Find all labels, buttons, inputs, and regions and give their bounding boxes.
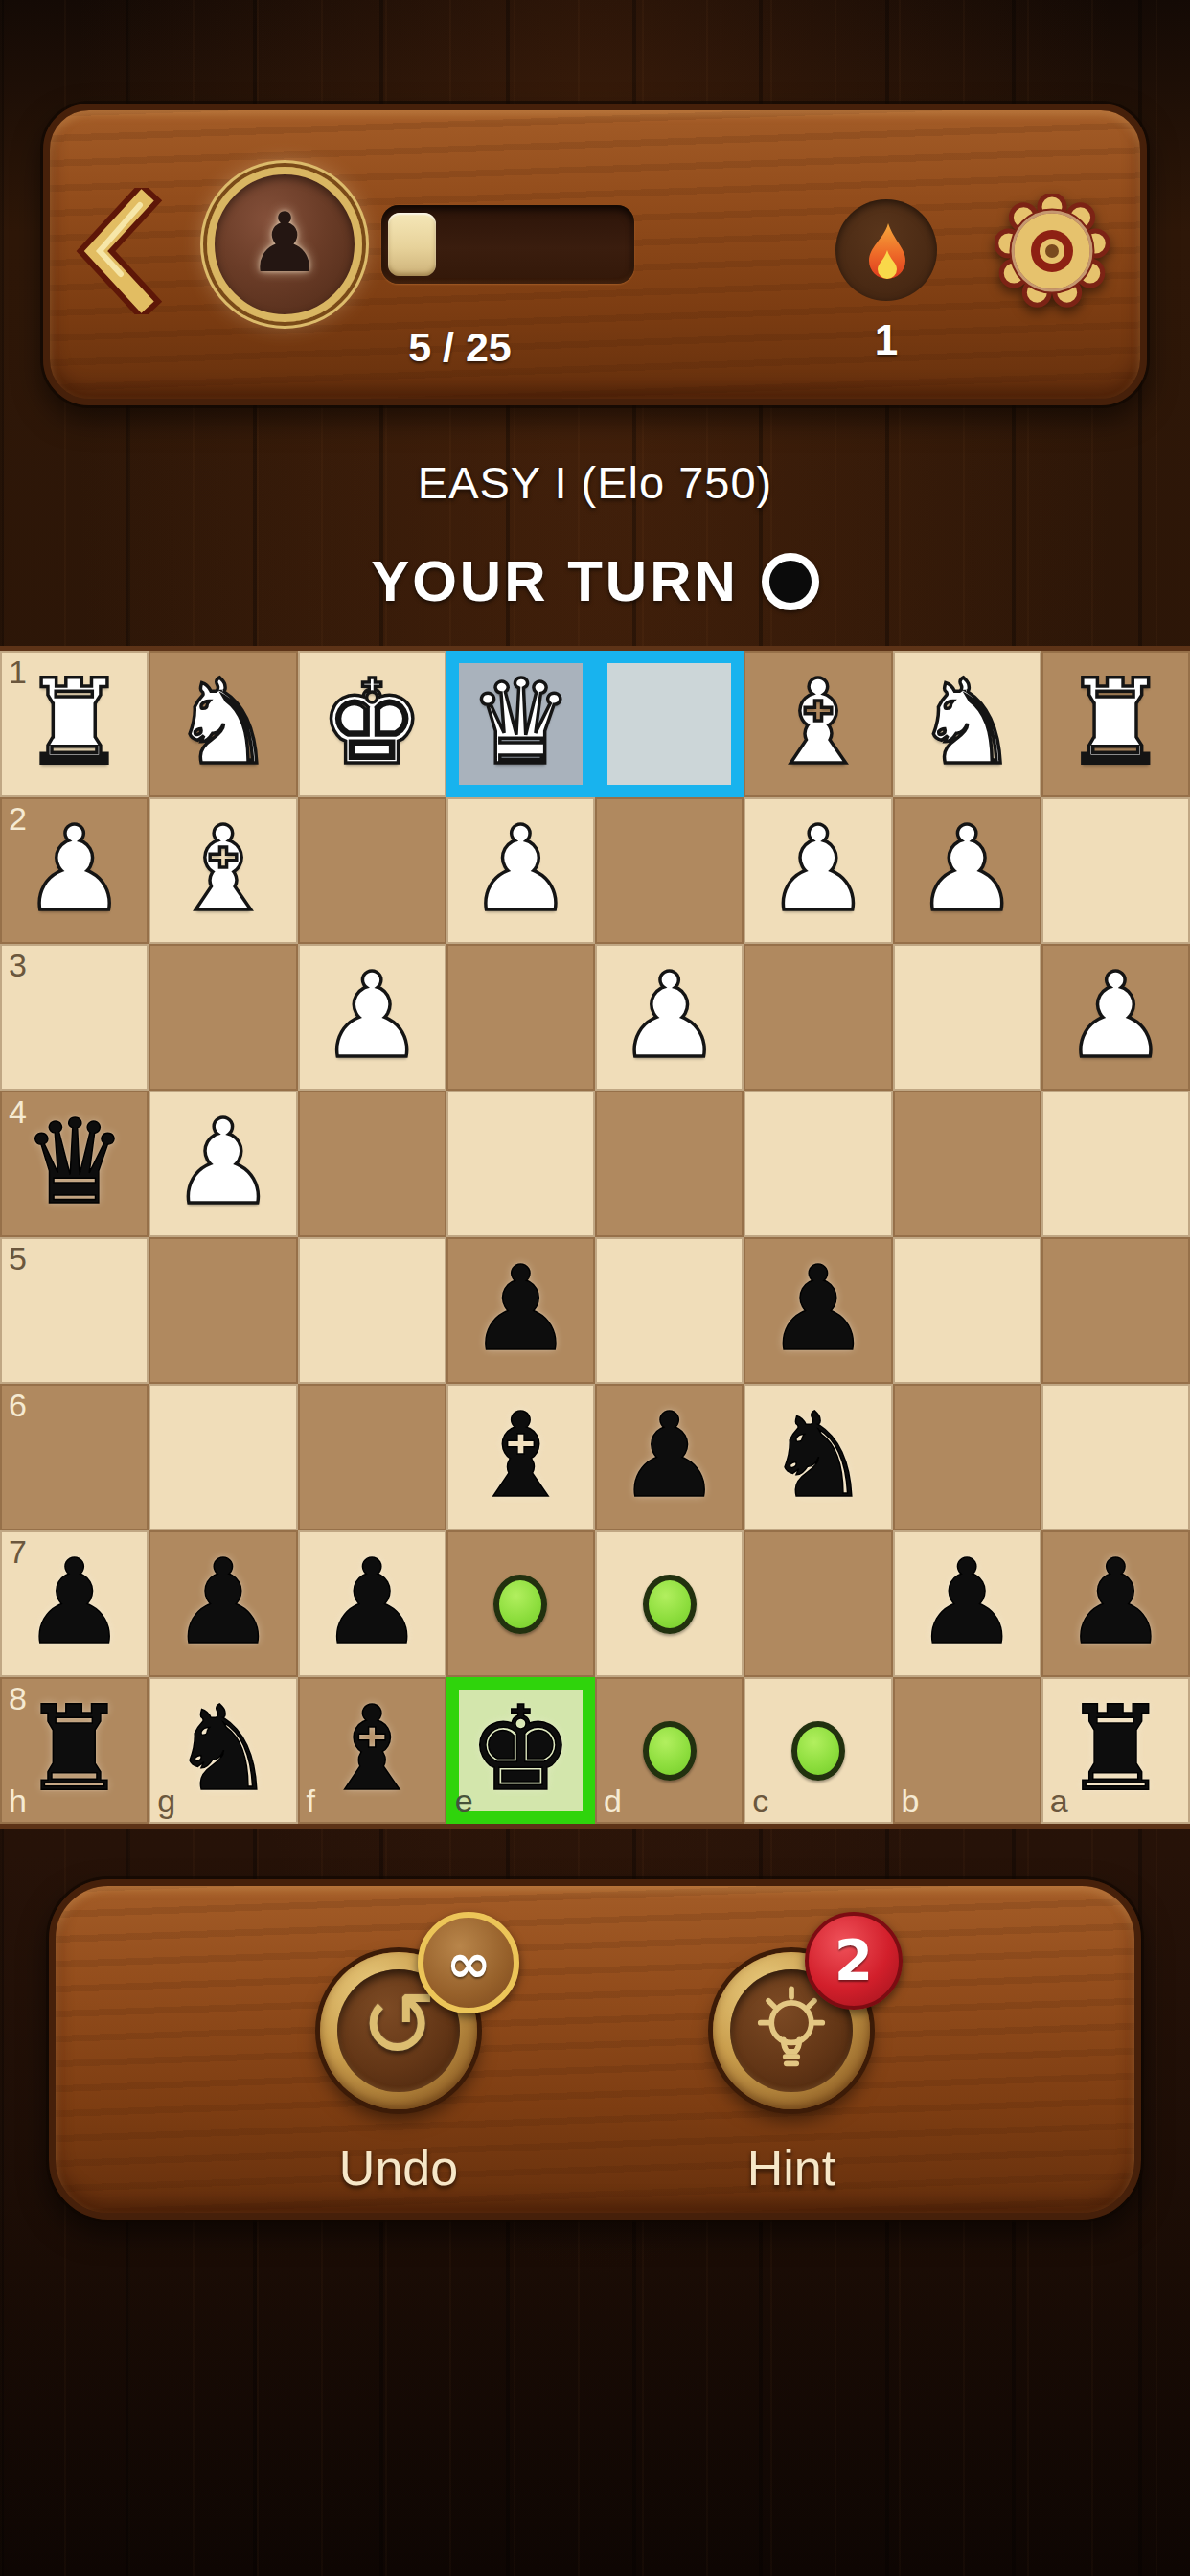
- square-b8[interactable]: b: [893, 1677, 1041, 1824]
- rank-label-3: 3: [9, 949, 27, 981]
- square-d7[interactable]: [595, 1530, 744, 1677]
- square-h5[interactable]: 5: [0, 1237, 149, 1384]
- piece-white-rook: ♜: [1041, 649, 1190, 795]
- square-a4[interactable]: [1041, 1091, 1190, 1237]
- piece-black-pawn: ♟: [298, 1529, 446, 1675]
- piece-white-pawn: ♟: [1041, 942, 1190, 1089]
- file-label-b: b: [902, 1784, 920, 1817]
- square-g4[interactable]: ♟: [149, 1091, 297, 1237]
- square-f5[interactable]: [298, 1237, 446, 1384]
- piece-white-pawn: ♟: [893, 795, 1041, 942]
- piece-white-pawn: ♟: [446, 795, 595, 942]
- square-d6[interactable]: ♟: [595, 1384, 744, 1530]
- piece-black-king: ♚: [446, 1675, 595, 1822]
- square-g6[interactable]: [149, 1384, 297, 1530]
- legal-move-dot-d8: [643, 1721, 697, 1781]
- square-e6[interactable]: ♝: [446, 1384, 595, 1530]
- piece-white-bishop: ♝: [744, 649, 892, 795]
- square-d5[interactable]: [595, 1237, 744, 1384]
- square-f3[interactable]: ♟: [298, 944, 446, 1091]
- square-e1[interactable]: ♛: [446, 651, 595, 797]
- square-h7[interactable]: 7♟: [0, 1530, 149, 1677]
- square-h1[interactable]: 1♜: [0, 651, 149, 797]
- square-b2[interactable]: ♟: [893, 797, 1041, 944]
- piece-white-pawn: ♟: [149, 1089, 297, 1235]
- square-d2[interactable]: [595, 797, 744, 944]
- streak-indicator[interactable]: [835, 199, 937, 301]
- square-a2[interactable]: [1041, 797, 1190, 944]
- square-e8[interactable]: e♚: [446, 1677, 595, 1824]
- square-f7[interactable]: ♟: [298, 1530, 446, 1677]
- square-g5[interactable]: [149, 1237, 297, 1384]
- rank-label-7: 7: [9, 1535, 27, 1568]
- square-a6[interactable]: [1041, 1384, 1190, 1530]
- piece-black-queen: ♛: [0, 1089, 149, 1235]
- piece-white-queen: ♛: [446, 649, 595, 795]
- progress-bar: [381, 205, 634, 284]
- square-h6[interactable]: 6: [0, 1384, 149, 1530]
- black-pawn-icon: ♟: [247, 201, 321, 284]
- square-g3[interactable]: [149, 944, 297, 1091]
- file-label-e: e: [455, 1784, 473, 1817]
- square-h2[interactable]: 2♟: [0, 797, 149, 944]
- undo-label: Undo: [255, 2139, 542, 2196]
- file-label-a: a: [1050, 1784, 1068, 1817]
- square-c7[interactable]: [744, 1530, 892, 1677]
- action-panel: [49, 1879, 1141, 2219]
- square-f1[interactable]: ♚: [298, 651, 446, 797]
- square-c8[interactable]: c: [744, 1677, 892, 1824]
- square-b4[interactable]: [893, 1091, 1041, 1237]
- turn-color-indicator: [762, 553, 819, 610]
- piece-white-pawn: ♟: [595, 942, 744, 1089]
- back-button[interactable]: [71, 188, 163, 314]
- square-e3[interactable]: [446, 944, 595, 1091]
- square-a5[interactable]: [1041, 1237, 1190, 1384]
- piece-black-rook: ♜: [0, 1675, 149, 1822]
- rank-label-5: 5: [9, 1242, 27, 1275]
- piece-white-knight: ♞: [149, 649, 297, 795]
- square-f2[interactable]: [298, 797, 446, 944]
- piece-black-pawn: ♟: [446, 1235, 595, 1382]
- back-chevron-icon: [71, 188, 163, 314]
- square-a7[interactable]: ♟: [1041, 1530, 1190, 1677]
- chess-board[interactable]: 1♜♞♚♛♝♞♜2♟♝♟♟♟3♟♟♟4♛♟5♟♟6♝♟♞7♟♟♟♟♟8h♜g♞f…: [0, 646, 1190, 1828]
- square-h3[interactable]: 3: [0, 944, 149, 1091]
- turn-row: YOUR TURN: [0, 548, 1190, 614]
- gear-icon: [995, 194, 1110, 309]
- square-b6[interactable]: [893, 1384, 1041, 1530]
- legal-move-dot-d7: [643, 1575, 697, 1634]
- piece-white-bishop: ♝: [149, 795, 297, 942]
- avatar[interactable]: ♟: [207, 167, 362, 322]
- piece-white-pawn: ♟: [0, 795, 149, 942]
- square-b5[interactable]: [893, 1237, 1041, 1384]
- rank-label-8: 8: [9, 1682, 27, 1714]
- square-b7[interactable]: ♟: [893, 1530, 1041, 1677]
- piece-white-king: ♚: [298, 649, 446, 795]
- square-d4[interactable]: [595, 1091, 744, 1237]
- piece-white-pawn: ♟: [298, 942, 446, 1089]
- square-h8[interactable]: 8h♜: [0, 1677, 149, 1824]
- square-c1[interactable]: ♝: [744, 651, 892, 797]
- piece-black-pawn: ♟: [149, 1529, 297, 1675]
- square-f4[interactable]: [298, 1091, 446, 1237]
- flame-icon: [856, 219, 917, 281]
- piece-black-pawn: ♟: [1041, 1529, 1190, 1675]
- rank-label-6: 6: [9, 1389, 27, 1421]
- piece-black-pawn: ♟: [0, 1529, 149, 1675]
- square-c6[interactable]: ♞: [744, 1384, 892, 1530]
- legal-move-dot-e7: [493, 1575, 547, 1634]
- square-c4[interactable]: [744, 1091, 892, 1237]
- piece-white-knight: ♞: [893, 649, 1041, 795]
- hint-count-badge: 2: [805, 1912, 903, 2010]
- square-e7[interactable]: [446, 1530, 595, 1677]
- piece-white-rook: ♜: [0, 649, 149, 795]
- square-c3[interactable]: [744, 944, 892, 1091]
- square-b1[interactable]: ♞: [893, 651, 1041, 797]
- file-label-c: c: [752, 1784, 768, 1817]
- square-g2[interactable]: ♝: [149, 797, 297, 944]
- square-c5[interactable]: ♟: [744, 1237, 892, 1384]
- square-a8[interactable]: a♜: [1041, 1677, 1190, 1824]
- rank-label-2: 2: [9, 802, 27, 835]
- progress-fill: [388, 213, 436, 276]
- file-label-f: f: [307, 1784, 315, 1817]
- hint-label: Hint: [648, 2139, 935, 2196]
- square-d1[interactable]: [595, 651, 744, 797]
- piece-black-bishop: ♝: [298, 1675, 446, 1822]
- settings-button[interactable]: [995, 194, 1110, 309]
- square-d8[interactable]: d: [595, 1677, 744, 1824]
- square-h4[interactable]: 4♛: [0, 1091, 149, 1237]
- piece-white-pawn: ♟: [744, 795, 892, 942]
- piece-black-pawn: ♟: [595, 1382, 744, 1529]
- piece-black-knight: ♞: [149, 1675, 297, 1822]
- square-a3[interactable]: ♟: [1041, 944, 1190, 1091]
- rank-label-4: 4: [9, 1095, 27, 1128]
- square-f8[interactable]: f♝: [298, 1677, 446, 1824]
- legal-move-dot-c8: [791, 1721, 845, 1781]
- square-g7[interactable]: ♟: [149, 1530, 297, 1677]
- piece-black-knight: ♞: [744, 1382, 892, 1529]
- square-b3[interactable]: [893, 944, 1041, 1091]
- square-e4[interactable]: [446, 1091, 595, 1237]
- undo-arrow-icon: ↺: [360, 1979, 437, 2071]
- difficulty-label: EASY I (Elo 750): [0, 456, 1190, 509]
- file-label-d: d: [604, 1784, 622, 1817]
- square-f6[interactable]: [298, 1384, 446, 1530]
- progress-label: 5 / 25: [333, 324, 586, 371]
- square-e5[interactable]: ♟: [446, 1237, 595, 1384]
- square-d3[interactable]: ♟: [595, 944, 744, 1091]
- square-e2[interactable]: ♟: [446, 797, 595, 944]
- square-g8[interactable]: g♞: [149, 1677, 297, 1824]
- undo-count-badge: ∞: [418, 1912, 519, 2013]
- piece-black-bishop: ♝: [446, 1382, 595, 1529]
- rank-label-1: 1: [9, 655, 27, 688]
- file-label-g: g: [157, 1784, 175, 1817]
- piece-black-pawn: ♟: [744, 1235, 892, 1382]
- piece-black-rook: ♜: [1041, 1675, 1190, 1822]
- file-label-h: h: [9, 1784, 27, 1817]
- streak-count: 1: [835, 316, 937, 364]
- piece-black-pawn: ♟: [893, 1529, 1041, 1675]
- square-g1[interactable]: ♞: [149, 651, 297, 797]
- square-a1[interactable]: ♜: [1041, 651, 1190, 797]
- square-c2[interactable]: ♟: [744, 797, 892, 944]
- turn-label: YOUR TURN: [371, 548, 739, 614]
